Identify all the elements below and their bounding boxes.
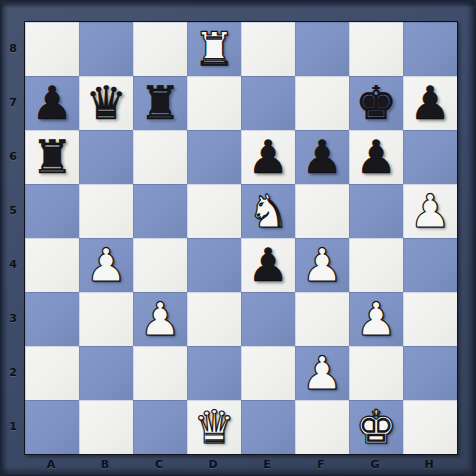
square-c7[interactable]: ♜ xyxy=(133,76,187,130)
square-e6[interactable]: ♟ xyxy=(241,130,295,184)
piece-black-pawn[interactable]: ♟ xyxy=(247,238,288,292)
file-label-h: H xyxy=(402,453,456,476)
square-c8[interactable] xyxy=(133,22,187,76)
square-h7[interactable]: ♟ xyxy=(403,76,457,130)
square-c3[interactable]: ♟ xyxy=(133,292,187,346)
square-e2[interactable] xyxy=(241,346,295,400)
square-e5[interactable]: ♞ xyxy=(241,184,295,238)
square-b2[interactable] xyxy=(79,346,133,400)
piece-white-king[interactable]: ♚ xyxy=(355,400,396,454)
square-a5[interactable] xyxy=(25,184,79,238)
square-a2[interactable] xyxy=(25,346,79,400)
square-e7[interactable] xyxy=(241,76,295,130)
square-f6[interactable]: ♟ xyxy=(295,130,349,184)
rank-label-4: 4 xyxy=(2,237,24,291)
square-h6[interactable] xyxy=(403,130,457,184)
square-f4[interactable]: ♟ xyxy=(295,238,349,292)
square-b5[interactable] xyxy=(79,184,133,238)
square-f8[interactable] xyxy=(295,22,349,76)
file-label-b: B xyxy=(78,453,132,476)
square-a6[interactable]: ♜ xyxy=(25,130,79,184)
square-g2[interactable] xyxy=(349,346,403,400)
square-a8[interactable] xyxy=(25,22,79,76)
piece-black-queen[interactable]: ♛ xyxy=(85,76,126,130)
square-c4[interactable] xyxy=(133,238,187,292)
square-c2[interactable] xyxy=(133,346,187,400)
square-e1[interactable] xyxy=(241,400,295,454)
board-frame: 87654321 ♜♟♛♜♚♟♜♟♟♟♞♟♟♟♟♟♟♟♛♚ ABCDEFGH xyxy=(0,0,476,476)
square-h1[interactable] xyxy=(403,400,457,454)
square-f1[interactable] xyxy=(295,400,349,454)
piece-black-pawn[interactable]: ♟ xyxy=(301,130,342,184)
piece-white-pawn[interactable]: ♟ xyxy=(301,238,342,292)
square-f7[interactable] xyxy=(295,76,349,130)
square-h8[interactable] xyxy=(403,22,457,76)
square-h5[interactable]: ♟ xyxy=(403,184,457,238)
file-label-c: C xyxy=(132,453,186,476)
piece-black-pawn[interactable]: ♟ xyxy=(247,130,288,184)
file-label-e: E xyxy=(240,453,294,476)
square-d2[interactable] xyxy=(187,346,241,400)
square-d3[interactable] xyxy=(187,292,241,346)
square-b4[interactable]: ♟ xyxy=(79,238,133,292)
file-label-f: F xyxy=(294,453,348,476)
square-d5[interactable] xyxy=(187,184,241,238)
square-g4[interactable] xyxy=(349,238,403,292)
square-g7[interactable]: ♚ xyxy=(349,76,403,130)
square-d7[interactable] xyxy=(187,76,241,130)
square-d4[interactable] xyxy=(187,238,241,292)
file-label-a: A xyxy=(24,453,78,476)
square-c6[interactable] xyxy=(133,130,187,184)
rank-label-7: 7 xyxy=(2,75,24,129)
piece-black-king[interactable]: ♚ xyxy=(355,76,396,130)
piece-black-pawn[interactable]: ♟ xyxy=(355,130,396,184)
rank-label-1: 1 xyxy=(2,399,24,453)
square-b7[interactable]: ♛ xyxy=(79,76,133,130)
square-b1[interactable] xyxy=(79,400,133,454)
square-g1[interactable]: ♚ xyxy=(349,400,403,454)
square-b3[interactable] xyxy=(79,292,133,346)
rank-label-6: 6 xyxy=(2,129,24,183)
piece-white-knight[interactable]: ♞ xyxy=(247,184,288,238)
square-g8[interactable] xyxy=(349,22,403,76)
piece-white-pawn[interactable]: ♟ xyxy=(85,238,126,292)
piece-black-pawn[interactable]: ♟ xyxy=(31,76,72,130)
square-c1[interactable] xyxy=(133,400,187,454)
square-e3[interactable] xyxy=(241,292,295,346)
square-a4[interactable] xyxy=(25,238,79,292)
square-h4[interactable] xyxy=(403,238,457,292)
piece-white-pawn[interactable]: ♟ xyxy=(139,292,180,346)
file-labels: ABCDEFGH xyxy=(24,453,456,476)
square-e4[interactable]: ♟ xyxy=(241,238,295,292)
piece-white-pawn[interactable]: ♟ xyxy=(355,292,396,346)
rank-label-2: 2 xyxy=(2,345,24,399)
rank-label-5: 5 xyxy=(2,183,24,237)
piece-black-rook[interactable]: ♜ xyxy=(139,76,180,130)
rank-labels: 87654321 xyxy=(2,21,24,453)
square-b8[interactable] xyxy=(79,22,133,76)
rank-label-3: 3 xyxy=(2,291,24,345)
square-h3[interactable] xyxy=(403,292,457,346)
square-f3[interactable] xyxy=(295,292,349,346)
square-f5[interactable] xyxy=(295,184,349,238)
piece-black-rook[interactable]: ♜ xyxy=(31,130,72,184)
piece-white-queen[interactable]: ♛ xyxy=(193,400,234,454)
square-g3[interactable]: ♟ xyxy=(349,292,403,346)
square-e8[interactable] xyxy=(241,22,295,76)
square-b6[interactable] xyxy=(79,130,133,184)
square-d1[interactable]: ♛ xyxy=(187,400,241,454)
square-h2[interactable] xyxy=(403,346,457,400)
square-a3[interactable] xyxy=(25,292,79,346)
square-f2[interactable]: ♟ xyxy=(295,346,349,400)
file-label-g: G xyxy=(348,453,402,476)
square-g6[interactable]: ♟ xyxy=(349,130,403,184)
piece-white-pawn[interactable]: ♟ xyxy=(301,346,342,400)
file-label-d: D xyxy=(186,453,240,476)
square-g5[interactable] xyxy=(349,184,403,238)
chess-board: ♜♟♛♜♚♟♜♟♟♟♞♟♟♟♟♟♟♟♛♚ xyxy=(24,21,458,455)
square-d6[interactable] xyxy=(187,130,241,184)
square-a7[interactable]: ♟ xyxy=(25,76,79,130)
piece-white-pawn[interactable]: ♟ xyxy=(409,184,450,238)
piece-black-pawn[interactable]: ♟ xyxy=(409,76,450,130)
rank-label-8: 8 xyxy=(2,21,24,75)
square-c5[interactable] xyxy=(133,184,187,238)
piece-white-rook[interactable]: ♜ xyxy=(193,22,234,76)
square-d8[interactable]: ♜ xyxy=(187,22,241,76)
square-a1[interactable] xyxy=(25,400,79,454)
